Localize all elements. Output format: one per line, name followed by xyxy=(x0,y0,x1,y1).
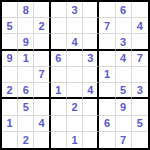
cell-r9c4-empty[interactable] xyxy=(51,132,67,148)
cell-r3c6-empty[interactable] xyxy=(83,34,99,50)
cell-r9c8-given: 7 xyxy=(116,132,132,148)
cell-r3c9-empty[interactable] xyxy=(132,34,148,50)
sudoku-board: 8365274943916347712614535291465217 xyxy=(0,0,150,150)
cell-r7c2-given: 5 xyxy=(18,99,34,115)
cell-r4c1-given: 9 xyxy=(2,51,18,67)
cell-r2c5-empty[interactable] xyxy=(67,18,83,34)
cell-r6c7-empty[interactable] xyxy=(99,83,115,99)
cell-r8c3-given: 4 xyxy=(34,116,50,132)
cell-r6c3-empty[interactable] xyxy=(34,83,50,99)
cell-r1c1-empty[interactable] xyxy=(2,2,18,18)
cell-r7c6-empty[interactable] xyxy=(83,99,99,115)
cell-r8c8-empty[interactable] xyxy=(116,116,132,132)
cell-r8c9-given: 5 xyxy=(132,116,148,132)
cell-r1c9-empty[interactable] xyxy=(132,2,148,18)
cell-r6c8-given: 5 xyxy=(116,83,132,99)
cell-r6c5-empty[interactable] xyxy=(67,83,83,99)
cell-r6c2-given: 6 xyxy=(18,83,34,99)
cell-r2c9-given: 4 xyxy=(132,18,148,34)
cell-r5c2-empty[interactable] xyxy=(18,67,34,83)
cell-r2c3-given: 2 xyxy=(34,18,50,34)
cell-r8c1-given: 1 xyxy=(2,116,18,132)
cell-r4c7-empty[interactable] xyxy=(99,51,115,67)
cell-r9c2-given: 2 xyxy=(18,132,34,148)
cell-r2c2-empty[interactable] xyxy=(18,18,34,34)
cell-r7c7-empty[interactable] xyxy=(99,99,115,115)
cell-r7c3-empty[interactable] xyxy=(34,99,50,115)
cell-r9c3-empty[interactable] xyxy=(34,132,50,148)
cell-r7c8-given: 9 xyxy=(116,99,132,115)
cell-r8c5-empty[interactable] xyxy=(67,116,83,132)
cell-r3c4-empty[interactable] xyxy=(51,34,67,50)
cell-r9c1-empty[interactable] xyxy=(2,132,18,148)
cell-r2c1-given: 5 xyxy=(2,18,18,34)
cell-r3c8-given: 3 xyxy=(116,34,132,50)
cell-r8c2-empty[interactable] xyxy=(18,116,34,132)
cell-r1c8-given: 6 xyxy=(116,2,132,18)
cell-r4c2-given: 1 xyxy=(18,51,34,67)
cell-r5c5-empty[interactable] xyxy=(67,67,83,83)
cell-r5c7-given: 1 xyxy=(99,67,115,83)
cell-r3c5-given: 4 xyxy=(67,34,83,50)
cell-r6c9-given: 3 xyxy=(132,83,148,99)
cell-r2c7-given: 7 xyxy=(99,18,115,34)
cell-r8c4-empty[interactable] xyxy=(51,116,67,132)
cell-r9c6-empty[interactable] xyxy=(83,132,99,148)
cell-r4c5-empty[interactable] xyxy=(67,51,83,67)
cell-r3c7-empty[interactable] xyxy=(99,34,115,50)
cell-r4c3-empty[interactable] xyxy=(34,51,50,67)
cell-r4c6-given: 3 xyxy=(83,51,99,67)
cell-r9c5-given: 1 xyxy=(67,132,83,148)
cell-r6c6-given: 4 xyxy=(83,83,99,99)
cell-r5c9-empty[interactable] xyxy=(132,67,148,83)
cell-r7c9-empty[interactable] xyxy=(132,99,148,115)
cell-r1c3-empty[interactable] xyxy=(34,2,50,18)
cell-r5c6-empty[interactable] xyxy=(83,67,99,83)
cell-r8c6-empty[interactable] xyxy=(83,116,99,132)
cell-r3c2-given: 9 xyxy=(18,34,34,50)
cell-r3c1-empty[interactable] xyxy=(2,34,18,50)
cell-r1c7-empty[interactable] xyxy=(99,2,115,18)
cell-r2c4-empty[interactable] xyxy=(51,18,67,34)
cell-r7c4-empty[interactable] xyxy=(51,99,67,115)
cell-r1c5-given: 3 xyxy=(67,2,83,18)
cell-r1c4-empty[interactable] xyxy=(51,2,67,18)
cell-r5c3-given: 7 xyxy=(34,67,50,83)
cell-r3c3-empty[interactable] xyxy=(34,34,50,50)
cell-r1c6-empty[interactable] xyxy=(83,2,99,18)
cell-r2c8-empty[interactable] xyxy=(116,18,132,34)
cell-r8c7-given: 6 xyxy=(99,116,115,132)
cell-r5c4-empty[interactable] xyxy=(51,67,67,83)
cell-r5c1-empty[interactable] xyxy=(2,67,18,83)
cell-r7c1-empty[interactable] xyxy=(2,99,18,115)
cell-r9c7-empty[interactable] xyxy=(99,132,115,148)
cell-r4c8-given: 4 xyxy=(116,51,132,67)
cell-r4c9-given: 7 xyxy=(132,51,148,67)
cell-r5c8-empty[interactable] xyxy=(116,67,132,83)
cell-r1c2-given: 8 xyxy=(18,2,34,18)
cell-r2c6-empty[interactable] xyxy=(83,18,99,34)
cell-r7c5-given: 2 xyxy=(67,99,83,115)
cell-r6c4-given: 1 xyxy=(51,83,67,99)
cell-r6c1-given: 2 xyxy=(2,83,18,99)
cell-r4c4-given: 6 xyxy=(51,51,67,67)
cell-r9c9-empty[interactable] xyxy=(132,132,148,148)
